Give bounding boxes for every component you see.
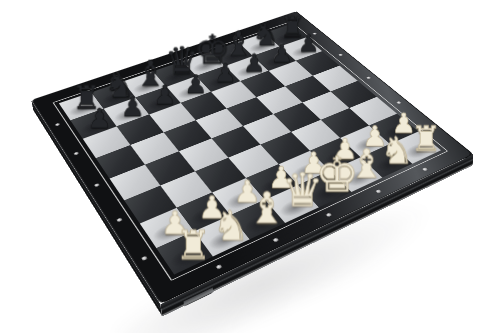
square-h1: ♜ [390,131,441,163]
frame-screw [74,152,80,156]
frame-screw [116,218,122,223]
piece-shadow [166,243,209,272]
product-photo-scene: ♜♞♝♛♚♝♞♜♟♟♟♟♟♟♟♟♟♟♟♟♟♟♟♟♜♞♝♛♚♝♞♜ [0,0,500,333]
frame-screw [396,101,401,104]
frame-screw [55,123,60,126]
frame-screw [312,32,317,35]
frame-screw [216,264,223,269]
frame-screw [273,238,279,243]
piece-shadow [275,195,315,221]
piece-shadow [379,122,415,143]
frame-screw [94,183,100,187]
chess-board: ♜♞♝♛♚♝♞♜♟♟♟♟♟♟♟♟♟♟♟♟♟♟♟♟♜♞♝♛♚♝♞♜ [31,11,473,304]
piece-shadow [320,147,357,169]
frame-screw [422,167,428,171]
piece-shadow [340,166,379,190]
frame-screw [375,189,381,193]
piece-shadow [308,180,347,205]
piece-shadow [240,210,281,237]
frame-screw [326,213,332,217]
frame-screw [141,256,147,261]
piece-shadow [221,188,261,213]
white-rook: ♜ [408,122,445,157]
piece-shadow [111,105,146,125]
piece-shadow [350,134,387,156]
frame-screw [338,54,343,57]
frame-screw [366,76,371,79]
frame-screw [429,128,435,131]
